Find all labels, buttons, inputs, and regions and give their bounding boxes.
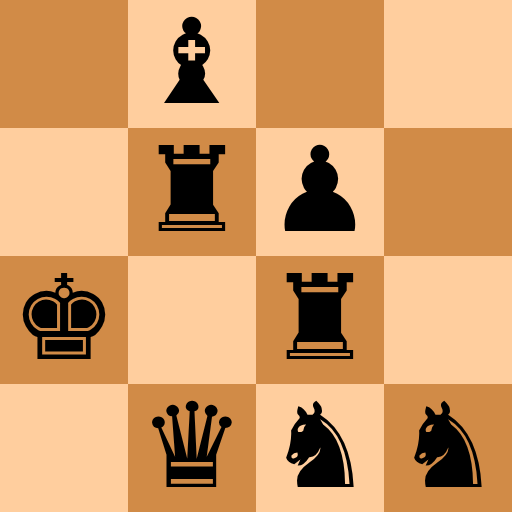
board-square-r2c3[interactable] xyxy=(384,256,512,384)
black-bishop-piece[interactable]: ♝ xyxy=(139,0,245,126)
board-square-r1c0[interactable] xyxy=(0,128,128,256)
board-square-r2c1[interactable] xyxy=(128,256,256,384)
board-square-r3c0[interactable] xyxy=(0,384,128,512)
board-square-r0c2[interactable] xyxy=(256,0,384,128)
board-square-r2c2[interactable]: ♜ xyxy=(256,256,384,384)
black-knight-piece[interactable]: ♞ xyxy=(267,382,373,510)
black-knight-piece[interactable]: ♞ xyxy=(395,382,501,510)
black-pawn-piece[interactable]: ♟ xyxy=(267,126,373,254)
board-square-r3c3[interactable]: ♞ xyxy=(384,384,512,512)
board-square-r2c0[interactable]: ♚ xyxy=(0,256,128,384)
board-square-r0c0[interactable] xyxy=(0,0,128,128)
black-queen-piece[interactable]: ♛ xyxy=(139,382,245,510)
board-square-r0c1[interactable]: ♝ xyxy=(128,0,256,128)
board-square-r1c3[interactable] xyxy=(384,128,512,256)
black-rook-piece[interactable]: ♜ xyxy=(267,254,373,382)
board-square-r1c2[interactable]: ♟ xyxy=(256,128,384,256)
board-square-r3c2[interactable]: ♞ xyxy=(256,384,384,512)
board-square-r3c1[interactable]: ♛ xyxy=(128,384,256,512)
chess-board: ♝♜♟♚♜♛♞♞ xyxy=(0,0,512,512)
board-square-r1c1[interactable]: ♜ xyxy=(128,128,256,256)
black-king-piece[interactable]: ♚ xyxy=(11,254,117,382)
black-rook-piece[interactable]: ♜ xyxy=(139,126,245,254)
board-square-r0c3[interactable] xyxy=(384,0,512,128)
